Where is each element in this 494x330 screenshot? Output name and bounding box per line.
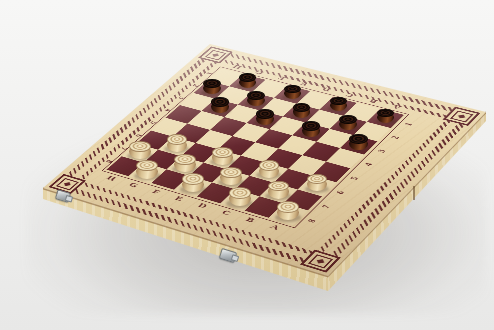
dark-piece-e3[interactable] bbox=[256, 109, 275, 125]
light-piece-f7[interactable] bbox=[174, 154, 196, 172]
piece-top bbox=[377, 109, 394, 118]
piece-top bbox=[211, 97, 230, 106]
light-piece-d7[interactable] bbox=[220, 167, 242, 185]
piece-top bbox=[302, 121, 321, 130]
piece-top bbox=[256, 109, 275, 118]
piece-top bbox=[277, 201, 299, 212]
piece-top bbox=[284, 85, 301, 94]
piece-top bbox=[167, 134, 188, 145]
dark-piece-c3[interactable] bbox=[302, 121, 321, 137]
light-piece-c6[interactable] bbox=[259, 160, 280, 178]
dark-piece-e1[interactable] bbox=[284, 85, 301, 99]
dark-piece-g1[interactable] bbox=[239, 73, 256, 87]
piece-top bbox=[220, 167, 242, 178]
dark-piece-b2[interactable] bbox=[339, 115, 357, 130]
light-piece-h7[interactable] bbox=[129, 141, 151, 159]
light-piece-e6[interactable] bbox=[212, 147, 233, 165]
dark-piece-a3[interactable] bbox=[349, 134, 368, 150]
piece-top bbox=[259, 160, 280, 171]
light-piece-e8[interactable] bbox=[182, 173, 204, 192]
piece-top bbox=[293, 103, 311, 112]
light-piece-c8[interactable] bbox=[229, 187, 251, 206]
light-piece-g8[interactable] bbox=[136, 160, 158, 179]
piece-top bbox=[349, 134, 368, 143]
piece-top bbox=[212, 147, 233, 158]
piece-top bbox=[129, 141, 151, 152]
piece-top bbox=[182, 173, 204, 184]
piece-top bbox=[174, 154, 196, 165]
light-piece-a6[interactable] bbox=[307, 174, 328, 192]
dark-piece-g3[interactable] bbox=[211, 97, 230, 113]
light-piece-g6[interactable] bbox=[167, 134, 188, 152]
piece-top bbox=[330, 97, 347, 106]
dark-piece-c1[interactable] bbox=[330, 97, 347, 111]
dark-piece-d2[interactable] bbox=[293, 103, 311, 118]
dark-piece-h2[interactable] bbox=[203, 79, 221, 94]
light-piece-a8[interactable] bbox=[277, 201, 299, 220]
piece-top bbox=[239, 73, 256, 82]
dark-piece-f2[interactable] bbox=[247, 91, 265, 106]
pieces-layer bbox=[0, 0, 494, 330]
piece-top bbox=[247, 91, 265, 100]
piece-top bbox=[229, 187, 251, 198]
dark-piece-a1[interactable] bbox=[377, 109, 394, 123]
piece-top bbox=[339, 115, 357, 124]
scene: HGFEDCBA HGFEDCBA 12345678 12345678 bbox=[0, 0, 494, 330]
light-piece-b7[interactable] bbox=[268, 181, 290, 199]
